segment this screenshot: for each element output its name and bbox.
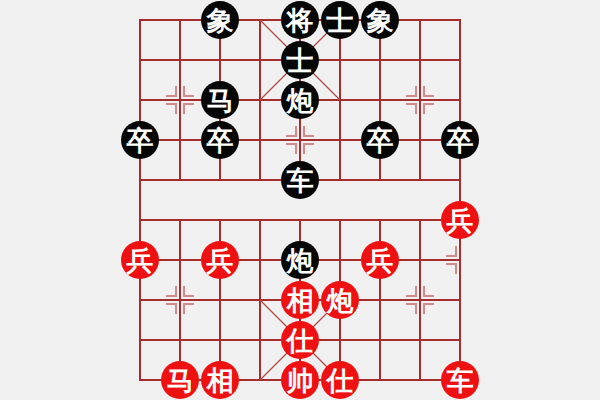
black-cannon[interactable]: 炮 [281, 81, 319, 119]
red-elephant[interactable]: 相 [201, 361, 239, 399]
red-advisor[interactable]: 仕 [281, 321, 319, 359]
red-horse[interactable]: 马 [161, 361, 199, 399]
xiangqi-diagram: 象将士象士马炮卒卒卒卒车兵兵兵炮兵相炮仕马相帅仕车 [0, 0, 600, 400]
black-soldier[interactable]: 卒 [361, 121, 399, 159]
black-chariot[interactable]: 车 [281, 161, 319, 199]
black-soldier[interactable]: 卒 [441, 121, 479, 159]
black-cannon[interactable]: 炮 [281, 241, 319, 279]
red-soldier[interactable]: 兵 [361, 241, 399, 279]
red-soldier[interactable]: 兵 [441, 201, 479, 239]
xiangqi-board: 象将士象士马炮卒卒卒卒车兵兵兵炮兵相炮仕马相帅仕车 [120, 0, 480, 400]
red-soldier[interactable]: 兵 [201, 241, 239, 279]
black-advisor[interactable]: 士 [321, 1, 359, 39]
red-cannon[interactable]: 炮 [321, 281, 359, 319]
red-soldier[interactable]: 兵 [121, 241, 159, 279]
black-soldier[interactable]: 卒 [201, 121, 239, 159]
black-advisor[interactable]: 士 [281, 41, 319, 79]
red-king[interactable]: 帅 [281, 361, 319, 399]
black-elephant[interactable]: 象 [361, 1, 399, 39]
red-elephant[interactable]: 相 [281, 281, 319, 319]
black-elephant[interactable]: 象 [201, 1, 239, 39]
red-chariot[interactable]: 车 [441, 361, 479, 399]
black-soldier[interactable]: 卒 [121, 121, 159, 159]
red-advisor[interactable]: 仕 [321, 361, 359, 399]
black-general[interactable]: 将 [281, 1, 319, 39]
black-horse[interactable]: 马 [201, 81, 239, 119]
